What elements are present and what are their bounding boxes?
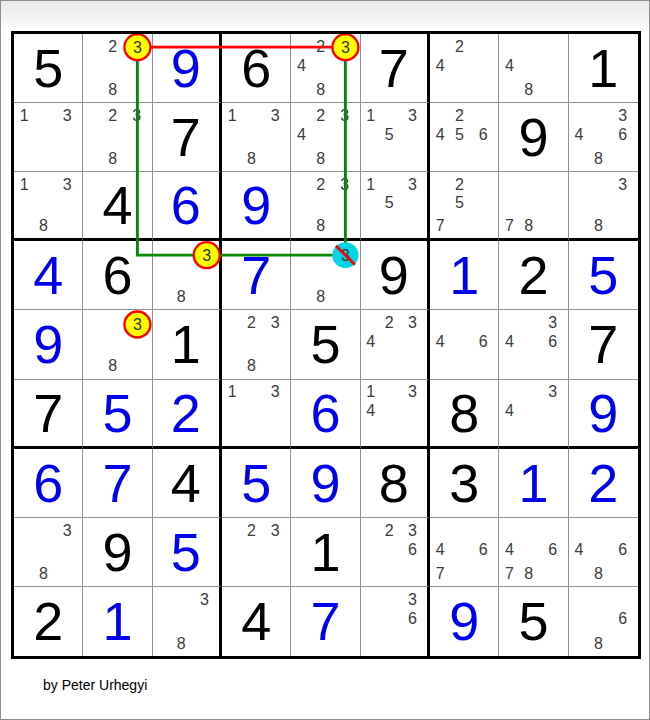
candidate-8: 8 — [594, 636, 603, 652]
cell-r6c8[interactable]: 34 — [499, 380, 568, 449]
solved-digit: 9 — [588, 386, 618, 440]
cell-r2c3[interactable]: 7 — [153, 103, 222, 172]
candidate-5: 5 — [455, 127, 464, 143]
cell-r6c5[interactable]: 6 — [291, 380, 360, 449]
given-digit: 5 — [518, 594, 548, 648]
cell-r2c6[interactable]: 135 — [361, 103, 430, 172]
cell-r4c8[interactable]: 2 — [499, 241, 568, 310]
solved-digit: 5 — [171, 525, 201, 579]
cell-r9c3[interactable]: 38 — [153, 587, 222, 656]
candidate-8: 8 — [39, 218, 48, 234]
candidate-3: 3 — [548, 315, 557, 331]
candidate-6: 6 — [408, 542, 417, 558]
candidate-6: 6 — [479, 127, 488, 143]
candidate-3: 3 — [340, 177, 349, 193]
cell-r7c6[interactable]: 8 — [361, 449, 430, 518]
cell-r6c2[interactable]: 5 — [83, 380, 152, 449]
candidate-8: 8 — [524, 82, 533, 98]
solved-digit: 1 — [102, 594, 132, 648]
candidate-6: 6 — [618, 611, 627, 627]
cell-r2c1[interactable]: 13 — [14, 103, 83, 172]
candidate-2: 2 — [385, 315, 394, 331]
candidate-8: 8 — [108, 151, 117, 167]
solved-digit: 1 — [449, 248, 479, 302]
cell-r1c8[interactable]: 48 — [499, 34, 568, 103]
cell-r3c5[interactable]: 238 — [291, 172, 360, 241]
cell-r7c2[interactable]: 7 — [83, 449, 152, 518]
candidate-4: 4 — [436, 127, 445, 143]
given-digit: 4 — [102, 178, 132, 232]
candidate-6: 6 — [548, 334, 557, 350]
solved-digit: 5 — [102, 386, 132, 440]
candidate-7: 7 — [505, 566, 514, 582]
candidate-3: 3 — [408, 108, 417, 124]
header-band — [1, 1, 649, 27]
solved-digit: 4 — [33, 248, 63, 302]
cell-r7c4[interactable]: 5 — [222, 449, 291, 518]
cell-r8c6[interactable]: 236 — [361, 518, 430, 587]
cell-r1c5[interactable]: 248 — [291, 34, 360, 103]
cell-r3c6[interactable]: 135 — [361, 172, 430, 241]
candidate-6: 6 — [548, 542, 557, 558]
cell-r7c1[interactable]: 6 — [14, 449, 83, 518]
candidate-8: 8 — [247, 151, 256, 167]
solved-digit: 6 — [310, 386, 340, 440]
cell-r5c4[interactable]: 238 — [222, 310, 291, 379]
candidate-4: 4 — [436, 334, 445, 350]
given-digit: 2 — [33, 594, 63, 648]
given-digit: 2 — [518, 248, 548, 302]
candidate-2: 2 — [455, 108, 464, 124]
cell-r2c8[interactable]: 9 — [499, 103, 568, 172]
cell-r3c4[interactable]: 9 — [222, 172, 291, 241]
cell-r4c9[interactable]: 5 — [569, 241, 638, 310]
cell-r9c1[interactable]: 2 — [14, 587, 83, 656]
candidate-5: 5 — [385, 195, 394, 211]
solved-digit: 9 — [33, 317, 63, 371]
candidate-8: 8 — [177, 289, 186, 305]
candidate-4: 4 — [505, 58, 514, 74]
cell-r9c2[interactable]: 1 — [83, 587, 152, 656]
cell-r2c2[interactable]: 238 — [83, 103, 152, 172]
cell-r6c6[interactable]: 134 — [361, 380, 430, 449]
cell-r3c9[interactable]: 38 — [569, 172, 638, 241]
cell-r7c5[interactable]: 9 — [291, 449, 360, 518]
candidate-8: 8 — [108, 82, 117, 98]
candidate-1: 1 — [366, 384, 375, 400]
solved-digit: 2 — [171, 386, 201, 440]
given-digit: 8 — [449, 386, 479, 440]
candidate-4: 4 — [436, 58, 445, 74]
cell-r1c2[interactable]: 28 — [83, 34, 152, 103]
candidate-8: 8 — [177, 636, 186, 652]
candidate-6: 6 — [479, 542, 488, 558]
cell-r9c4[interactable]: 4 — [222, 587, 291, 656]
solved-digit: 1 — [518, 456, 548, 510]
candidate-8: 8 — [316, 289, 325, 305]
cell-r3c7[interactable]: 257 — [430, 172, 499, 241]
candidate-1: 1 — [366, 177, 375, 193]
cell-r7c3[interactable]: 4 — [153, 449, 222, 518]
candidate-3: 3 — [271, 523, 280, 539]
cell-r8c4[interactable]: 23 — [222, 518, 291, 587]
cell-r4c5[interactable]: 8 — [291, 241, 360, 310]
candidate-7: 7 — [436, 218, 445, 234]
candidate-6: 6 — [408, 611, 417, 627]
candidate-4: 4 — [366, 334, 375, 350]
candidate-1: 1 — [20, 108, 29, 124]
solved-digit: 6 — [33, 456, 63, 510]
candidate-8: 8 — [524, 566, 533, 582]
candidate-2: 2 — [247, 315, 256, 331]
given-digit: 8 — [379, 456, 409, 510]
cell-r8c7[interactable]: 467 — [430, 518, 499, 587]
candidate-3: 3 — [271, 384, 280, 400]
candidate-3: 3 — [132, 108, 141, 124]
cell-r3c8[interactable]: 78 — [499, 172, 568, 241]
given-digit: 9 — [518, 110, 548, 164]
candidate-4: 4 — [575, 127, 584, 143]
given-digit: 7 — [588, 317, 618, 371]
candidate-4: 4 — [436, 542, 445, 558]
candidate-3: 3 — [408, 384, 417, 400]
credit-text: by Peter Urhegyi — [43, 677, 147, 693]
cell-r1c3[interactable]: 9 — [153, 34, 222, 103]
sudoku-board: 5289624872448113238713823481352456934681… — [11, 31, 641, 659]
cell-r5c3[interactable]: 1 — [153, 310, 222, 379]
solved-digit: 7 — [241, 248, 271, 302]
given-digit: 3 — [449, 456, 479, 510]
given-digit: 5 — [310, 317, 340, 371]
cell-r1c9[interactable]: 1 — [569, 34, 638, 103]
given-digit: 1 — [310, 525, 340, 579]
solved-digit: 9 — [241, 178, 271, 232]
cell-r6c9[interactable]: 9 — [569, 380, 638, 449]
candidate-3: 3 — [63, 108, 72, 124]
cell-r6c4[interactable]: 13 — [222, 380, 291, 449]
candidate-2: 2 — [316, 39, 325, 55]
cell-r2c7[interactable]: 2456 — [430, 103, 499, 172]
candidate-8: 8 — [594, 566, 603, 582]
candidate-2: 2 — [455, 39, 464, 55]
candidate-8: 8 — [247, 358, 256, 374]
solved-digit: 6 — [171, 178, 201, 232]
candidate-1: 1 — [20, 177, 29, 193]
candidate-4: 4 — [575, 542, 584, 558]
candidate-4: 4 — [297, 127, 306, 143]
candidate-6: 6 — [618, 127, 627, 143]
candidate-3: 3 — [408, 315, 417, 331]
cell-r8c1[interactable]: 38 — [14, 518, 83, 587]
candidate-2: 2 — [108, 108, 117, 124]
given-digit: 9 — [102, 525, 132, 579]
candidate-3: 3 — [408, 523, 417, 539]
given-digit: 6 — [102, 248, 132, 302]
cell-r8c2[interactable]: 9 — [83, 518, 152, 587]
candidate-8: 8 — [594, 218, 603, 234]
given-digit: 9 — [379, 248, 409, 302]
candidate-2: 2 — [316, 177, 325, 193]
cell-r9c7[interactable]: 9 — [430, 587, 499, 656]
candidate-7: 7 — [436, 566, 445, 582]
candidate-8: 8 — [524, 218, 533, 234]
solved-digit: 9 — [310, 456, 340, 510]
cell-r4c7[interactable]: 1 — [430, 241, 499, 310]
candidate-3: 3 — [340, 108, 349, 124]
solved-digit: 7 — [310, 594, 340, 648]
candidate-3: 3 — [408, 177, 417, 193]
candidate-3: 3 — [63, 177, 72, 193]
cell-r3c3[interactable]: 6 — [153, 172, 222, 241]
candidate-3: 3 — [408, 592, 417, 608]
cell-r4c4[interactable]: 7 — [222, 241, 291, 310]
cell-r2c4[interactable]: 138 — [222, 103, 291, 172]
candidate-6: 6 — [618, 542, 627, 558]
candidate-2: 2 — [247, 523, 256, 539]
cell-r4c6[interactable]: 9 — [361, 241, 430, 310]
cell-r1c7[interactable]: 24 — [430, 34, 499, 103]
candidate-8: 8 — [39, 566, 48, 582]
candidate-3: 3 — [618, 177, 627, 193]
candidate-8: 8 — [108, 358, 117, 374]
given-digit: 5 — [33, 41, 63, 95]
cell-r5c9[interactable]: 7 — [569, 310, 638, 379]
cell-r5c5[interactable]: 5 — [291, 310, 360, 379]
candidate-6: 6 — [479, 334, 488, 350]
solved-digit: 5 — [241, 456, 271, 510]
sudoku-app: 5289624872448113238713823481352456934681… — [0, 0, 650, 720]
given-digit: 7 — [33, 386, 63, 440]
candidate-4: 4 — [297, 58, 306, 74]
candidate-2: 2 — [108, 39, 117, 55]
candidate-4: 4 — [505, 334, 514, 350]
given-digit: 6 — [241, 41, 271, 95]
candidate-4: 4 — [366, 403, 375, 419]
candidate-5: 5 — [455, 195, 464, 211]
cell-r8c8[interactable]: 4678 — [499, 518, 568, 587]
candidate-2: 2 — [455, 177, 464, 193]
cell-r6c1[interactable]: 7 — [14, 380, 83, 449]
cell-r7c8[interactable]: 1 — [499, 449, 568, 518]
candidate-8: 8 — [316, 82, 325, 98]
given-digit: 7 — [379, 41, 409, 95]
candidate-8: 8 — [316, 218, 325, 234]
given-digit: 4 — [171, 456, 201, 510]
cell-r5c2[interactable]: 8 — [83, 310, 152, 379]
cell-r5c7[interactable]: 46 — [430, 310, 499, 379]
cell-r5c6[interactable]: 234 — [361, 310, 430, 379]
cell-r8c5[interactable]: 1 — [291, 518, 360, 587]
cell-r1c1[interactable]: 5 — [14, 34, 83, 103]
candidate-1: 1 — [228, 384, 237, 400]
candidate-8: 8 — [594, 151, 603, 167]
cell-r9c5[interactable]: 7 — [291, 587, 360, 656]
candidate-8: 8 — [316, 151, 325, 167]
cell-r3c1[interactable]: 138 — [14, 172, 83, 241]
candidate-1: 1 — [366, 108, 375, 124]
cell-r7c9[interactable]: 2 — [569, 449, 638, 518]
candidate-3: 3 — [548, 384, 557, 400]
given-digit: 7 — [171, 110, 201, 164]
solved-digit: 7 — [102, 456, 132, 510]
solved-digit: 9 — [171, 41, 201, 95]
given-digit: 1 — [171, 317, 201, 371]
cell-r4c3[interactable]: 8 — [153, 241, 222, 310]
cell-r6c7[interactable]: 8 — [430, 380, 499, 449]
cell-r8c3[interactable]: 5 — [153, 518, 222, 587]
cell-r8c9[interactable]: 468 — [569, 518, 638, 587]
candidate-3: 3 — [618, 108, 627, 124]
cell-r6c3[interactable]: 2 — [153, 380, 222, 449]
cell-r1c4[interactable]: 6 — [222, 34, 291, 103]
cell-r9c6[interactable]: 36 — [361, 587, 430, 656]
candidate-2: 2 — [316, 108, 325, 124]
cell-r9c9[interactable]: 68 — [569, 587, 638, 656]
cell-r1c6[interactable]: 7 — [361, 34, 430, 103]
cell-r2c9[interactable]: 3468 — [569, 103, 638, 172]
cell-r5c1[interactable]: 9 — [14, 310, 83, 379]
cell-r2c5[interactable]: 2348 — [291, 103, 360, 172]
candidate-2: 2 — [385, 523, 394, 539]
solved-digit: 9 — [449, 594, 479, 648]
candidate-5: 5 — [385, 127, 394, 143]
solved-digit: 2 — [588, 456, 618, 510]
candidate-1: 1 — [228, 108, 237, 124]
candidate-3: 3 — [200, 592, 209, 608]
candidate-3: 3 — [271, 315, 280, 331]
solved-digit: 5 — [588, 248, 618, 302]
candidate-3: 3 — [63, 523, 72, 539]
cell-r9c8[interactable]: 5 — [499, 587, 568, 656]
candidate-3: 3 — [271, 108, 280, 124]
cell-r7c7[interactable]: 3 — [430, 449, 499, 518]
given-digit: 4 — [241, 594, 271, 648]
candidate-4: 4 — [505, 542, 514, 558]
cell-r3c2[interactable]: 4 — [83, 172, 152, 241]
cell-r5c8[interactable]: 346 — [499, 310, 568, 379]
candidate-7: 7 — [505, 218, 514, 234]
cell-r4c2[interactable]: 6 — [83, 241, 152, 310]
candidate-4: 4 — [505, 403, 514, 419]
cell-r4c1[interactable]: 4 — [14, 241, 83, 310]
given-digit: 1 — [588, 41, 618, 95]
